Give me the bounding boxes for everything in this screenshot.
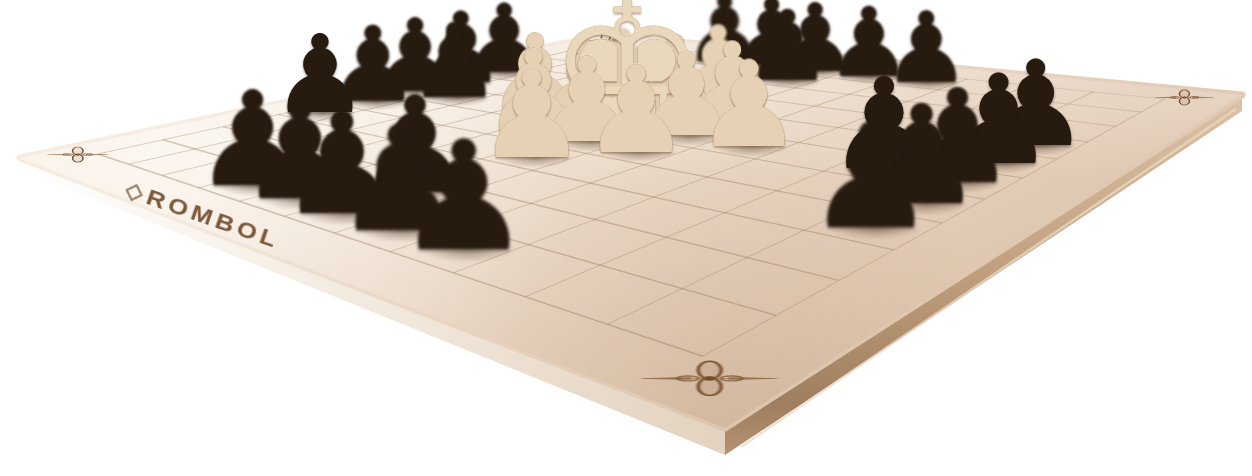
defender-pawn[interactable]: ♟ <box>690 46 809 165</box>
product-photo-hnefatafl-board: ROMBOL ♟♟♟♟♟♟♟♟♟♟♟♟♟♟♟♟♟♟♚♟♟♟♟♟♟♟♟♟♟♟♟♟♟… <box>0 0 1252 476</box>
defender-pawn[interactable]: ♟ <box>576 50 697 171</box>
attacker-pawn[interactable]: ♟ <box>799 105 944 250</box>
attacker-pawn[interactable]: ♟ <box>388 121 540 273</box>
pieces-layer: ♟♟♟♟♟♟♟♟♟♟♟♟♟♟♟♟♟♟♚♟♟♟♟♟♟♟♟♟♟♟♟♟♟♟♟♟♟ <box>0 0 1252 476</box>
